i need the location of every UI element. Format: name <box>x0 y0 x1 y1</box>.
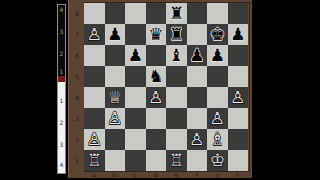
square-b3: ♙ <box>105 108 126 129</box>
square-b1 <box>105 150 126 171</box>
square-a1: ♖ <box>84 150 105 171</box>
file-label-a: a <box>84 171 105 178</box>
piece-black-rook-e8: ♜ <box>166 3 187 24</box>
piece-white-rook-a1: ♖ <box>84 150 105 171</box>
evaluation-bar-black-section <box>58 5 65 76</box>
piece-white-pawn-d4: ♙ <box>146 87 167 108</box>
square-e8: ♜ <box>166 3 187 24</box>
piece-black-rook-e7: ♜ <box>166 24 187 45</box>
square-a2: ♙ <box>84 129 105 150</box>
square-h3 <box>228 108 249 129</box>
rank-labels: 87654321 <box>68 3 83 171</box>
square-a4 <box>84 87 105 108</box>
square-a6 <box>84 45 105 66</box>
square-h6 <box>228 45 249 66</box>
piece-black-pawn-f6: ♟ <box>187 45 208 66</box>
eval-tick-white-1: 1 <box>58 98 65 104</box>
square-e2 <box>166 129 187 150</box>
chess-board: ♜♙♟♛♜♚♟♟♝♟♟♞♕♙♙♙♙♙♙♗♖♖♔ <box>84 3 248 171</box>
square-c5 <box>125 66 146 87</box>
square-e7: ♜ <box>166 24 187 45</box>
square-e1: ♖ <box>166 150 187 171</box>
square-g7: ♚ <box>207 24 228 45</box>
piece-white-pawn-b3: ♙ <box>105 108 126 129</box>
rank-label-4: 4 <box>68 87 83 108</box>
rank-label-7: 7 <box>68 24 83 45</box>
piece-white-pawn-g3: ♙ <box>207 108 228 129</box>
file-label-c: c <box>125 171 146 178</box>
square-h2 <box>228 129 249 150</box>
piece-white-rook-e1: ♖ <box>166 150 187 171</box>
piece-black-bishop-e6: ♝ <box>166 45 187 66</box>
rank-label-6: 6 <box>68 45 83 66</box>
piece-black-queen-d7: ♛ <box>146 24 167 45</box>
square-b2 <box>105 129 126 150</box>
square-f8 <box>187 3 208 24</box>
piece-black-pawn-g6: ♟ <box>207 45 228 66</box>
eval-tick-white-4: 4 <box>58 162 65 168</box>
square-d6 <box>146 45 167 66</box>
square-g1: ♔ <box>207 150 228 171</box>
square-g6: ♟ <box>207 45 228 66</box>
square-h4: ♙ <box>228 87 249 108</box>
video-frame: 43211234 87654321 ♜♙♟♛♜♚♟♟♝♟♟♞♕♙♙♙♙♙♙♗♖♖… <box>0 0 320 180</box>
square-a8 <box>84 3 105 24</box>
square-d7: ♛ <box>146 24 167 45</box>
square-a3 <box>84 108 105 129</box>
piece-white-king-g1: ♔ <box>207 150 228 171</box>
square-g3: ♙ <box>207 108 228 129</box>
piece-white-pawn-a7: ♙ <box>84 24 105 45</box>
piece-white-pawn-h4: ♙ <box>228 87 249 108</box>
square-h7: ♟ <box>228 24 249 45</box>
file-label-g: g <box>207 171 228 178</box>
square-f4 <box>187 87 208 108</box>
square-g5 <box>207 66 228 87</box>
square-g4 <box>207 87 228 108</box>
file-label-h: h <box>228 171 249 178</box>
square-f2: ♙ <box>187 129 208 150</box>
square-b7: ♟ <box>105 24 126 45</box>
square-f6: ♟ <box>187 45 208 66</box>
square-c8 <box>125 3 146 24</box>
rank-label-2: 2 <box>68 129 83 150</box>
file-label-f: f <box>187 171 208 178</box>
square-d1 <box>146 150 167 171</box>
square-d4: ♙ <box>146 87 167 108</box>
square-g8 <box>207 3 228 24</box>
piece-black-pawn-b7: ♟ <box>105 24 126 45</box>
square-a5 <box>84 66 105 87</box>
square-f5 <box>187 66 208 87</box>
square-d3 <box>146 108 167 129</box>
square-c1 <box>125 150 146 171</box>
square-c7 <box>125 24 146 45</box>
square-b8 <box>105 3 126 24</box>
square-h5 <box>228 66 249 87</box>
rank-label-1: 1 <box>68 150 83 171</box>
square-e5 <box>166 66 187 87</box>
square-e6: ♝ <box>166 45 187 66</box>
eval-tick-white-3: 3 <box>58 142 65 148</box>
square-f7 <box>187 24 208 45</box>
file-label-e: e <box>166 171 187 178</box>
square-d5: ♞ <box>146 66 167 87</box>
evaluation-bar: 43211234 <box>57 4 66 174</box>
square-c6: ♟ <box>125 45 146 66</box>
square-b6 <box>105 45 126 66</box>
square-b5 <box>105 66 126 87</box>
square-b4: ♕ <box>105 87 126 108</box>
piece-white-pawn-f2: ♙ <box>187 129 208 150</box>
rank-label-8: 8 <box>68 3 83 24</box>
file-labels: abcdefgh <box>84 171 248 178</box>
piece-white-pawn-a2: ♙ <box>84 129 105 150</box>
piece-black-knight-d5: ♞ <box>146 66 167 87</box>
evaluation-marker <box>58 76 65 82</box>
eval-tick-black-2: 2 <box>58 51 65 57</box>
rank-label-3: 3 <box>68 108 83 129</box>
square-c3 <box>125 108 146 129</box>
piece-white-queen-b4: ♕ <box>105 87 126 108</box>
square-e4 <box>166 87 187 108</box>
square-d8 <box>146 3 167 24</box>
piece-black-king-g7: ♚ <box>207 24 228 45</box>
square-h1 <box>228 150 249 171</box>
eval-tick-black-4: 4 <box>58 7 65 13</box>
eval-tick-black-3: 3 <box>58 29 65 35</box>
piece-black-pawn-c6: ♟ <box>125 45 146 66</box>
eval-tick-white-2: 2 <box>58 120 65 126</box>
square-f1 <box>187 150 208 171</box>
rank-label-5: 5 <box>68 66 83 87</box>
file-label-b: b <box>105 171 126 178</box>
square-a7: ♙ <box>84 24 105 45</box>
square-g2: ♗ <box>207 129 228 150</box>
piece-white-bishop-g2: ♗ <box>207 129 228 150</box>
square-c2 <box>125 129 146 150</box>
eval-tick-black-1: 1 <box>58 69 65 75</box>
square-f3 <box>187 108 208 129</box>
square-c4 <box>125 87 146 108</box>
piece-black-pawn-h7: ♟ <box>228 24 249 45</box>
square-h8 <box>228 3 249 24</box>
square-d2 <box>146 129 167 150</box>
file-label-d: d <box>146 171 167 178</box>
square-e3 <box>166 108 187 129</box>
